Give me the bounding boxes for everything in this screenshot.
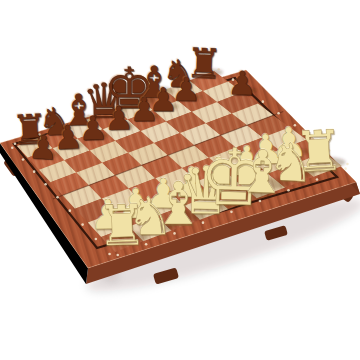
piece-black-pawn: ♟ [227, 67, 257, 101]
margin-pin-dot [346, 163, 349, 166]
margin-pin-dot [277, 112, 280, 115]
margin-pin-dot [56, 196, 59, 199]
piece-white-rook: ♜ [292, 122, 345, 181]
margin-pin-dot [22, 158, 25, 161]
chess-set-photo: Angled product photo of a folding wooden… [0, 0, 360, 360]
margin-pin-dot [33, 170, 36, 173]
margin-pin-dot [44, 183, 47, 186]
piece-black-pawn: ♟ [171, 74, 201, 107]
margin-pin-dot [262, 100, 265, 103]
margin-pin-dot [81, 223, 84, 226]
margin-pin-dot [69, 209, 72, 212]
